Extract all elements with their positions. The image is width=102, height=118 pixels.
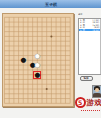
- logo-5-icon: 5: [75, 97, 86, 108]
- window-title: 五子棋: [44, 1, 56, 7]
- game-board[interactable]: ●●●●●: [2, 13, 74, 107]
- logo-tagline: [81, 110, 102, 112]
- titlebar[interactable]: 五子棋: [0, 0, 101, 8]
- move-list-scrollbar[interactable]: [100, 19, 102, 74]
- move-number: 5. 黑: [80, 28, 85, 31]
- logo-text: 游戏: [87, 98, 102, 108]
- watermark-logo: 5 游戏: [75, 96, 102, 114]
- move-list-item[interactable]: 5. 黑(8,13): [79, 29, 101, 31]
- app-window: 五子棋 ●●●●● 记录 1. 黑(7,11)2. 白(8,11)3. 黑(5,…: [0, 0, 101, 118]
- undo-button-label: 悔棋: [84, 76, 89, 80]
- logo-number: 5: [78, 99, 82, 107]
- move-list-label: 记录: [78, 13, 83, 16]
- undo-button[interactable]: 悔棋: [80, 76, 94, 82]
- avatar-face: [95, 88, 99, 92]
- scrollbar-thumb[interactable]: [101, 19, 102, 28]
- move-list[interactable]: 1. 黑(7,11)2. 白(8,11)3. 黑(5,10)4. 白(8,9)5…: [78, 18, 101, 75]
- board-cell[interactable]: [68, 99, 73, 104]
